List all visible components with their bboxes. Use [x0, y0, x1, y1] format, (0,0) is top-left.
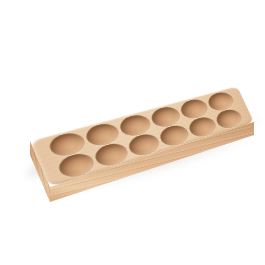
photo-canvas [0, 0, 265, 265]
